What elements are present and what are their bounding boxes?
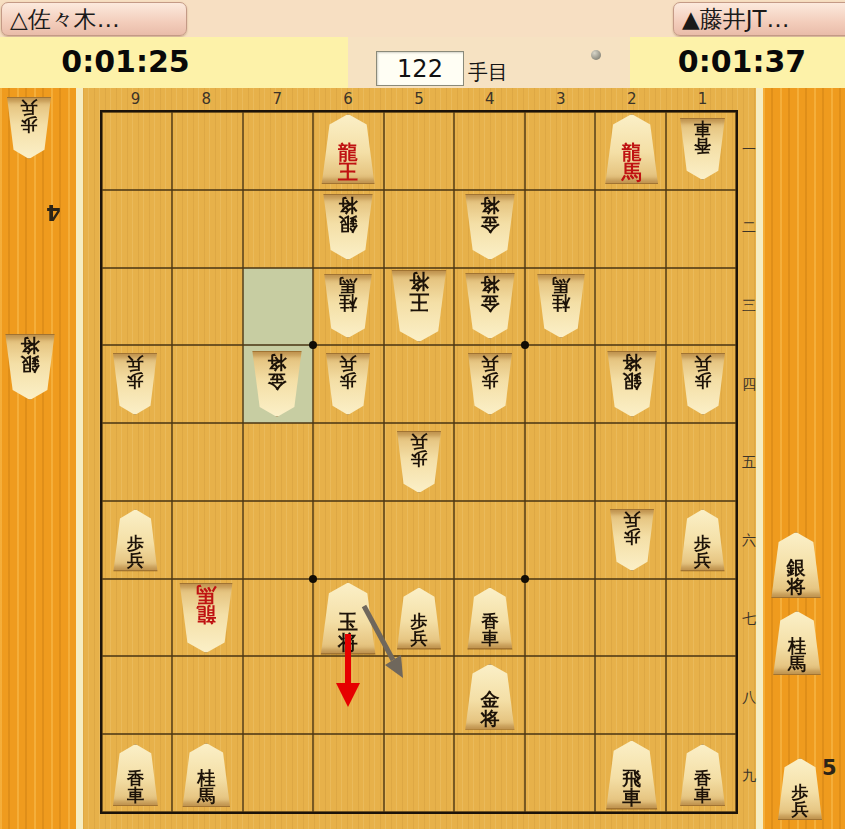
square-12[interactable] [666,190,736,268]
square-77[interactable] [243,579,313,657]
left-divider [76,88,83,829]
shogi-broadcast-viewer: △佐々木… ▲藤井JT… 0:01:25 0:01:37 122 手目 9876… [0,0,845,829]
square-35[interactable] [525,423,595,501]
square-81[interactable] [172,112,242,190]
move-number-input[interactable]: 122 [376,51,464,86]
square-68[interactable] [313,656,383,734]
square-84[interactable] [172,345,242,423]
square-27[interactable] [595,579,665,657]
hoshi-dot [521,341,529,349]
file-label-8: 8 [171,91,242,108]
file-label-3: 3 [525,91,596,108]
rank-label-2: 二 [740,188,758,266]
square-69[interactable] [313,734,383,812]
square-93[interactable] [102,268,172,346]
file-label-6: 6 [313,91,384,108]
square-92[interactable] [102,190,172,268]
file-label-1: 1 [667,91,738,108]
square-17[interactable] [666,579,736,657]
rank-label-8: 八 [740,658,758,736]
rank-label-7: 七 [740,579,758,657]
rank-label-4: 四 [740,345,758,423]
square-25[interactable] [595,423,665,501]
square-88[interactable] [172,656,242,734]
square-91[interactable] [102,112,172,190]
square-58[interactable] [384,656,454,734]
sente-nameplate[interactable]: ▲藤井JT… [673,2,845,36]
rank-label-5: 五 [740,423,758,501]
file-label-4: 4 [454,91,525,108]
square-82[interactable] [172,190,242,268]
square-15[interactable] [666,423,736,501]
gote-hand-count-pawn: 4 [46,200,61,224]
square-97[interactable] [102,579,172,657]
square-18[interactable] [666,656,736,734]
file-label-7: 7 [242,91,313,108]
square-51[interactable] [384,112,454,190]
rank-label-9: 九 [740,736,758,814]
square-95[interactable] [102,423,172,501]
square-31[interactable] [525,112,595,190]
square-75[interactable] [243,423,313,501]
top-bar: △佐々木… ▲藤井JT… [0,0,845,37]
gote-nameplate[interactable]: △佐々木… [1,2,187,36]
square-72[interactable] [243,190,313,268]
square-13[interactable] [666,268,736,346]
sente-piece-stand [763,88,845,829]
square-39[interactable] [525,734,595,812]
hoshi-dot [309,575,317,583]
file-label-9: 9 [100,91,171,108]
sente-hand-count-pawn: 5 [822,756,837,780]
sente-clock: 0:01:37 [642,44,842,79]
square-36[interactable] [525,501,595,579]
square-52[interactable] [384,190,454,268]
square-28[interactable] [595,656,665,734]
square-98[interactable] [102,656,172,734]
square-83[interactable] [172,268,242,346]
square-71[interactable] [243,112,313,190]
square-73[interactable] [243,268,313,346]
square-34[interactable] [525,345,595,423]
rank-label-6: 六 [740,501,758,579]
square-56[interactable] [384,501,454,579]
square-38[interactable] [525,656,595,734]
square-66[interactable] [313,501,383,579]
gote-clock: 0:01:25 [18,44,233,79]
square-76[interactable] [243,501,313,579]
file-label-5: 5 [384,91,455,108]
square-41[interactable] [454,112,524,190]
rank-label-3: 三 [740,266,758,344]
square-46[interactable] [454,501,524,579]
square-85[interactable] [172,423,242,501]
hoshi-dot [309,341,317,349]
square-22[interactable] [595,190,665,268]
square-59[interactable] [384,734,454,812]
square-49[interactable] [454,734,524,812]
square-78[interactable] [243,656,313,734]
square-86[interactable] [172,501,242,579]
file-label-2: 2 [596,91,667,108]
square-79[interactable] [243,734,313,812]
square-65[interactable] [313,423,383,501]
rank-label-1: 一 [740,110,758,188]
move-number-label: 手目 [468,59,508,86]
gote-piece-stand [0,88,76,829]
status-dot-icon [591,50,601,60]
square-32[interactable] [525,190,595,268]
square-54[interactable] [384,345,454,423]
square-45[interactable] [454,423,524,501]
square-37[interactable] [525,579,595,657]
square-23[interactable] [595,268,665,346]
